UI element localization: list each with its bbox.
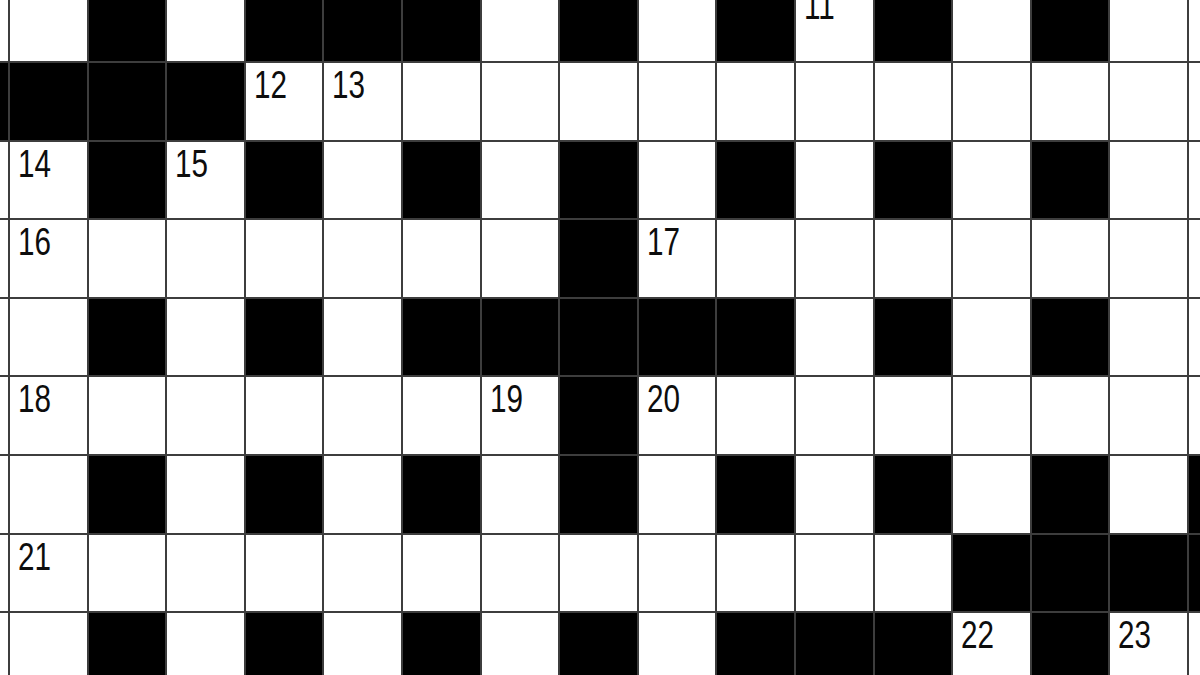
white-cell[interactable] [1110,299,1187,376]
white-cell[interactable] [1189,142,1200,219]
black-cell [717,0,794,61]
white-cell[interactable] [717,535,794,612]
white-cell[interactable] [10,456,87,533]
white-cell[interactable] [324,377,401,454]
white-cell[interactable]: 19 [482,377,559,454]
white-cell[interactable] [1032,220,1109,297]
clue-number: 19 [490,380,523,418]
white-cell[interactable] [167,0,244,61]
white-cell[interactable] [89,377,166,454]
clue-number: 11 [804,0,835,25]
white-cell[interactable]: 12 [246,63,323,140]
white-cell[interactable] [717,220,794,297]
black-cell [717,613,794,675]
white-cell[interactable] [639,456,716,533]
white-cell[interactable] [10,613,87,675]
black-cell [403,142,480,219]
clue-number: 14 [18,145,51,183]
white-cell[interactable] [167,299,244,376]
black-cell [1032,535,1109,612]
crossword-board: 11121314151617181920212223 [0,0,1200,675]
white-cell[interactable]: 22 [953,613,1030,675]
white-cell[interactable] [482,220,559,297]
white-cell[interactable] [717,63,794,140]
white-cell[interactable] [0,535,8,612]
white-cell[interactable] [246,377,323,454]
white-cell[interactable]: 20 [639,377,716,454]
white-cell[interactable]: 16 [10,220,87,297]
black-cell [246,0,323,61]
white-cell[interactable] [167,613,244,675]
clue-number: 12 [254,66,287,104]
white-cell[interactable]: 14 [10,142,87,219]
clue-number: 21 [18,538,51,576]
black-cell [875,0,952,61]
white-cell[interactable] [639,0,716,61]
black-cell [1110,535,1187,612]
white-cell[interactable] [560,63,637,140]
white-cell[interactable] [167,535,244,612]
white-cell[interactable] [1189,63,1200,140]
white-cell[interactable] [875,377,952,454]
white-cell[interactable] [717,377,794,454]
white-cell[interactable] [796,63,873,140]
black-cell [1032,0,1109,61]
white-cell[interactable] [482,63,559,140]
black-cell [560,142,637,219]
clue-number: 20 [647,380,680,418]
black-cell [796,613,873,675]
black-cell [403,0,480,61]
white-cell[interactable] [324,535,401,612]
white-cell[interactable] [0,299,8,376]
black-cell [10,63,87,140]
black-cell [246,299,323,376]
white-cell[interactable] [324,456,401,533]
white-cell[interactable] [639,63,716,140]
white-cell[interactable] [1032,63,1109,140]
white-cell[interactable] [953,456,1030,533]
white-cell[interactable] [1189,377,1200,454]
white-cell[interactable] [1189,0,1200,61]
crossword-grid: 11121314151617181920212223 [0,0,1200,675]
white-cell[interactable] [1110,456,1187,533]
white-cell[interactable] [875,220,952,297]
white-cell[interactable] [0,613,8,675]
black-cell [403,299,480,376]
white-cell[interactable] [953,63,1030,140]
white-cell[interactable] [10,299,87,376]
black-cell [0,63,8,140]
black-cell [717,299,794,376]
black-cell [324,0,401,61]
clue-number: 17 [647,223,680,261]
white-cell[interactable] [324,142,401,219]
white-cell[interactable] [1032,377,1109,454]
white-cell[interactable]: 17 [639,220,716,297]
white-cell[interactable] [324,299,401,376]
white-cell[interactable] [482,535,559,612]
white-cell[interactable] [0,0,8,61]
white-cell[interactable] [1110,142,1187,219]
white-cell[interactable] [796,535,873,612]
white-cell[interactable] [167,220,244,297]
white-cell[interactable] [167,456,244,533]
clue-number: 16 [18,223,51,261]
white-cell[interactable] [1110,63,1187,140]
white-cell[interactable] [1110,377,1187,454]
black-cell [246,456,323,533]
white-cell[interactable] [1110,0,1187,61]
white-cell[interactable] [0,456,8,533]
white-cell[interactable] [796,220,873,297]
white-cell[interactable] [10,0,87,61]
black-cell [167,63,244,140]
clue-number: 13 [332,66,365,104]
black-cell [246,613,323,675]
black-cell [1032,299,1109,376]
white-cell[interactable] [246,535,323,612]
white-cell[interactable] [167,377,244,454]
white-cell[interactable] [246,220,323,297]
white-cell[interactable] [953,377,1030,454]
black-cell [403,456,480,533]
white-cell[interactable]: 15 [167,142,244,219]
black-cell [1032,142,1109,219]
black-cell [89,456,166,533]
white-cell[interactable] [89,220,166,297]
white-cell[interactable] [482,0,559,61]
black-cell [560,456,637,533]
white-cell[interactable] [1189,299,1200,376]
black-cell [875,142,952,219]
black-cell [89,142,166,219]
white-cell[interactable] [953,299,1030,376]
white-cell[interactable] [953,142,1030,219]
white-cell[interactable] [796,456,873,533]
white-cell[interactable] [324,220,401,297]
black-cell [89,0,166,61]
black-cell [560,613,637,675]
black-cell [89,299,166,376]
white-cell[interactable] [639,535,716,612]
white-cell[interactable] [0,220,8,297]
white-cell[interactable]: 11 [796,0,873,61]
black-cell [560,299,637,376]
white-cell[interactable] [403,220,480,297]
white-cell[interactable] [1110,220,1187,297]
white-cell[interactable] [1189,220,1200,297]
black-cell [89,63,166,140]
clue-number: 22 [961,616,994,654]
black-cell [639,299,716,376]
white-cell[interactable] [639,142,716,219]
white-cell[interactable] [482,456,559,533]
white-cell[interactable] [796,299,873,376]
black-cell [953,535,1030,612]
black-cell [403,613,480,675]
black-cell [875,613,952,675]
white-cell[interactable] [875,535,952,612]
white-cell[interactable] [953,220,1030,297]
black-cell [875,456,952,533]
white-cell[interactable] [0,377,8,454]
white-cell[interactable] [953,0,1030,61]
white-cell[interactable] [560,535,637,612]
white-cell[interactable]: 13 [324,63,401,140]
white-cell[interactable] [796,142,873,219]
clue-number: 18 [18,380,51,418]
white-cell[interactable] [482,613,559,675]
white-cell[interactable] [403,377,480,454]
white-cell[interactable] [639,613,716,675]
clue-number: 15 [175,145,208,183]
white-cell[interactable] [1189,613,1200,675]
black-cell [560,0,637,61]
black-cell [1032,456,1109,533]
black-cell [717,456,794,533]
white-cell[interactable]: 23 [1110,613,1187,675]
white-cell[interactable] [403,63,480,140]
black-cell [1189,535,1200,612]
black-cell [482,299,559,376]
white-cell[interactable]: 18 [10,377,87,454]
black-cell [246,142,323,219]
white-cell[interactable] [403,535,480,612]
black-cell [89,613,166,675]
white-cell[interactable] [0,142,8,219]
black-cell [875,299,952,376]
white-cell[interactable] [89,535,166,612]
white-cell[interactable] [875,63,952,140]
black-cell [717,142,794,219]
black-cell [1189,456,1200,533]
black-cell [560,377,637,454]
white-cell[interactable] [796,377,873,454]
clue-number: 23 [1118,616,1151,654]
black-cell [1032,613,1109,675]
white-cell[interactable]: 21 [10,535,87,612]
white-cell[interactable] [482,142,559,219]
white-cell[interactable] [324,613,401,675]
black-cell [560,220,637,297]
